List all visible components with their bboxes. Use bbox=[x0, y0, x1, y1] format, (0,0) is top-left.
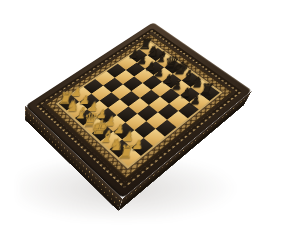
piece-gold-rook[interactable]: ♜ bbox=[116, 144, 137, 162]
board-grid: ♜♞♝♛♚♝♞♜♟♟♟♟♟♟♟♟♟♟♟♟♟♟♟♟♜♞♝♛♚♝♞♜ bbox=[59, 42, 220, 166]
photo-stage: ♜♞♝♛♚♝♞♜♟♟♟♟♟♟♟♟♟♟♟♟♟♟♟♟♜♞♝♛♚♝♞♜ bbox=[0, 0, 290, 237]
square-d5[interactable] bbox=[131, 83, 151, 98]
piece-black-pawn[interactable]: ♟ bbox=[187, 94, 205, 106]
